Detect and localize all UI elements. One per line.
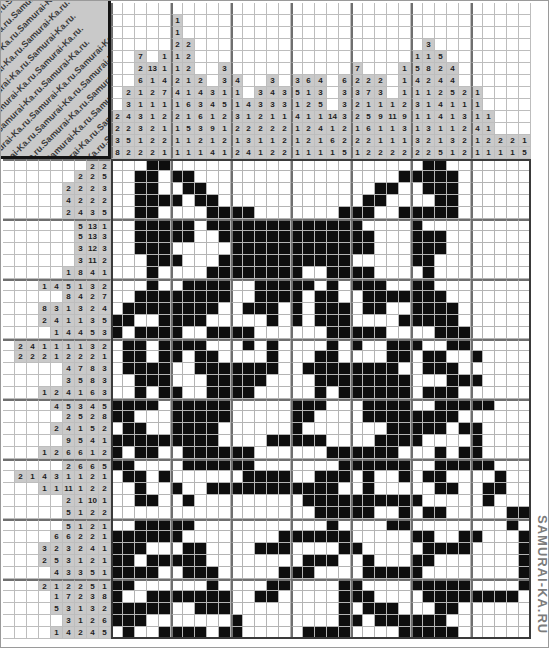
grid-cell[interactable] [327, 411, 339, 423]
grid-cell[interactable] [339, 555, 351, 567]
grid-cell[interactable] [147, 171, 159, 183]
grid-cell[interactable] [447, 507, 459, 519]
grid-cell[interactable] [291, 183, 303, 195]
grid-cell[interactable] [339, 423, 351, 435]
grid-cell[interactable] [459, 411, 471, 423]
grid-cell[interactable] [387, 459, 399, 471]
grid-cell[interactable] [411, 171, 423, 183]
grid-cell[interactable] [483, 183, 495, 195]
grid-cell[interactable] [339, 471, 351, 483]
grid-cell[interactable] [339, 579, 351, 591]
grid-cell[interactable] [519, 315, 531, 327]
grid-cell[interactable] [219, 411, 231, 423]
grid-cell[interactable] [495, 483, 507, 495]
grid-cell[interactable] [255, 495, 267, 507]
grid-cell[interactable] [339, 327, 351, 339]
grid-cell[interactable] [471, 303, 483, 315]
grid-cell[interactable] [399, 519, 411, 531]
grid-cell[interactable] [447, 567, 459, 579]
grid-cell[interactable] [267, 531, 279, 543]
grid-cell[interactable] [507, 483, 519, 495]
grid-cell[interactable] [123, 183, 135, 195]
grid-cell[interactable] [375, 231, 387, 243]
grid-cell[interactable] [423, 399, 435, 411]
grid-cell[interactable] [411, 555, 423, 567]
grid-cell[interactable] [303, 471, 315, 483]
grid-cell[interactable] [519, 519, 531, 531]
grid-cell[interactable] [483, 267, 495, 279]
grid-cell[interactable] [315, 459, 327, 471]
grid-cell[interactable] [231, 495, 243, 507]
grid-cell[interactable] [303, 447, 315, 459]
grid-cell[interactable] [363, 255, 375, 267]
grid-cell[interactable] [327, 603, 339, 615]
grid-cell[interactable] [171, 207, 183, 219]
grid-cell[interactable] [111, 423, 123, 435]
grid-cell[interactable] [375, 531, 387, 543]
grid-cell[interactable] [123, 399, 135, 411]
grid-cell[interactable] [399, 435, 411, 447]
grid-cell[interactable] [195, 423, 207, 435]
grid-cell[interactable] [363, 303, 375, 315]
grid-cell[interactable] [423, 315, 435, 327]
grid-cell[interactable] [147, 279, 159, 291]
grid-cell[interactable] [327, 351, 339, 363]
grid-cell[interactable] [507, 159, 519, 171]
grid-cell[interactable] [171, 399, 183, 411]
grid-cell[interactable] [399, 507, 411, 519]
grid-cell[interactable] [171, 519, 183, 531]
grid-cell[interactable] [135, 471, 147, 483]
grid-cell[interactable] [459, 183, 471, 195]
grid-cell[interactable] [255, 471, 267, 483]
grid-cell[interactable] [435, 519, 447, 531]
grid-cell[interactable] [315, 411, 327, 423]
grid-cell[interactable] [387, 519, 399, 531]
grid-cell[interactable] [375, 495, 387, 507]
grid-cell[interactable] [363, 555, 375, 567]
grid-cell[interactable] [459, 387, 471, 399]
grid-cell[interactable] [231, 159, 243, 171]
grid-cell[interactable] [159, 279, 171, 291]
grid-cell[interactable] [363, 507, 375, 519]
grid-cell[interactable] [267, 447, 279, 459]
grid-cell[interactable] [207, 207, 219, 219]
grid-cell[interactable] [519, 423, 531, 435]
grid-cell[interactable] [303, 459, 315, 471]
grid-cell[interactable] [279, 195, 291, 207]
grid-cell[interactable] [159, 183, 171, 195]
grid-cell[interactable] [303, 411, 315, 423]
grid-cell[interactable] [471, 495, 483, 507]
grid-cell[interactable] [255, 603, 267, 615]
grid-cell[interactable] [303, 207, 315, 219]
grid-cell[interactable] [183, 423, 195, 435]
grid-cell[interactable] [375, 471, 387, 483]
grid-cell[interactable] [483, 423, 495, 435]
grid-cell[interactable] [195, 447, 207, 459]
grid-cell[interactable] [519, 507, 531, 519]
grid-cell[interactable] [399, 363, 411, 375]
grid-cell[interactable] [135, 387, 147, 399]
grid-cell[interactable] [135, 627, 147, 639]
grid-cell[interactable] [339, 279, 351, 291]
grid-cell[interactable] [159, 195, 171, 207]
grid-cell[interactable] [147, 591, 159, 603]
grid-cell[interactable] [471, 219, 483, 231]
grid-cell[interactable] [327, 591, 339, 603]
grid-cell[interactable] [435, 207, 447, 219]
grid-cell[interactable] [459, 471, 471, 483]
grid-cell[interactable] [183, 435, 195, 447]
grid-cell[interactable] [363, 195, 375, 207]
grid-cell[interactable] [159, 579, 171, 591]
grid-cell[interactable] [123, 591, 135, 603]
grid-cell[interactable] [315, 555, 327, 567]
grid-cell[interactable] [483, 159, 495, 171]
grid-cell[interactable] [255, 219, 267, 231]
grid-cell[interactable] [231, 363, 243, 375]
grid-cell[interactable] [459, 231, 471, 243]
grid-cell[interactable] [231, 219, 243, 231]
grid-cell[interactable] [123, 423, 135, 435]
grid-cell[interactable] [411, 459, 423, 471]
grid-cell[interactable] [243, 327, 255, 339]
grid-cell[interactable] [255, 591, 267, 603]
grid-cell[interactable] [135, 291, 147, 303]
grid-cell[interactable] [399, 495, 411, 507]
grid-cell[interactable] [351, 519, 363, 531]
grid-cell[interactable] [279, 519, 291, 531]
grid-cell[interactable] [171, 315, 183, 327]
grid-cell[interactable] [123, 339, 135, 351]
grid-cell[interactable] [183, 615, 195, 627]
grid-cell[interactable] [207, 483, 219, 495]
grid-cell[interactable] [399, 471, 411, 483]
grid-cell[interactable] [423, 255, 435, 267]
grid-cell[interactable] [147, 543, 159, 555]
grid-cell[interactable] [303, 303, 315, 315]
grid-cell[interactable] [495, 411, 507, 423]
grid-cell[interactable] [387, 219, 399, 231]
grid-cell[interactable] [315, 327, 327, 339]
grid-cell[interactable] [327, 399, 339, 411]
grid-cell[interactable] [423, 375, 435, 387]
grid-cell[interactable] [459, 255, 471, 267]
grid-cell[interactable] [447, 315, 459, 327]
grid-cell[interactable] [231, 243, 243, 255]
grid-cell[interactable] [183, 567, 195, 579]
grid-cell[interactable] [519, 579, 531, 591]
grid-cell[interactable] [399, 171, 411, 183]
grid-cell[interactable] [279, 375, 291, 387]
grid-cell[interactable] [315, 195, 327, 207]
grid-cell[interactable] [339, 507, 351, 519]
grid-cell[interactable] [447, 243, 459, 255]
grid-cell[interactable] [195, 483, 207, 495]
grid-cell[interactable] [303, 483, 315, 495]
grid-cell[interactable] [315, 603, 327, 615]
grid-cell[interactable] [447, 399, 459, 411]
grid-cell[interactable] [255, 267, 267, 279]
grid-cell[interactable] [183, 315, 195, 327]
grid-cell[interactable] [411, 519, 423, 531]
grid-cell[interactable] [255, 291, 267, 303]
grid-cell[interactable] [459, 159, 471, 171]
grid-cell[interactable] [411, 531, 423, 543]
grid-cell[interactable] [255, 243, 267, 255]
grid-cell[interactable] [375, 627, 387, 639]
grid-cell[interactable] [183, 627, 195, 639]
grid-cell[interactable] [507, 399, 519, 411]
grid-cell[interactable] [411, 255, 423, 267]
grid-cell[interactable] [171, 387, 183, 399]
grid-cell[interactable] [399, 459, 411, 471]
grid-cell[interactable] [507, 315, 519, 327]
grid-cell[interactable] [183, 327, 195, 339]
grid-cell[interactable] [231, 351, 243, 363]
grid-cell[interactable] [423, 195, 435, 207]
grid-cell[interactable] [159, 399, 171, 411]
grid-cell[interactable] [195, 195, 207, 207]
grid-cell[interactable] [267, 459, 279, 471]
grid-cell[interactable] [483, 315, 495, 327]
grid-cell[interactable] [363, 531, 375, 543]
grid-cell[interactable] [471, 591, 483, 603]
grid-cell[interactable] [243, 471, 255, 483]
grid-cell[interactable] [255, 303, 267, 315]
grid-cell[interactable] [351, 399, 363, 411]
grid-cell[interactable] [159, 471, 171, 483]
grid-cell[interactable] [423, 363, 435, 375]
grid-cell[interactable] [315, 615, 327, 627]
grid-cell[interactable] [243, 375, 255, 387]
grid-cell[interactable] [135, 183, 147, 195]
grid-cell[interactable] [363, 339, 375, 351]
grid-cell[interactable] [123, 447, 135, 459]
grid-cell[interactable] [447, 603, 459, 615]
grid-cell[interactable] [231, 387, 243, 399]
grid-cell[interactable] [183, 231, 195, 243]
grid-cell[interactable] [279, 183, 291, 195]
grid-cell[interactable] [147, 159, 159, 171]
grid-cell[interactable] [183, 363, 195, 375]
grid-cell[interactable] [459, 171, 471, 183]
grid-cell[interactable] [339, 567, 351, 579]
grid-cell[interactable] [207, 579, 219, 591]
grid-cell[interactable] [363, 387, 375, 399]
grid-cell[interactable] [255, 327, 267, 339]
grid-cell[interactable] [387, 483, 399, 495]
grid-cell[interactable] [303, 399, 315, 411]
grid-cell[interactable] [219, 543, 231, 555]
grid-cell[interactable] [411, 339, 423, 351]
grid-cell[interactable] [183, 303, 195, 315]
grid-cell[interactable] [471, 279, 483, 291]
grid-cell[interactable] [267, 483, 279, 495]
grid-cell[interactable] [159, 519, 171, 531]
grid-cell[interactable] [399, 483, 411, 495]
grid-cell[interactable] [147, 495, 159, 507]
grid-cell[interactable] [135, 567, 147, 579]
grid-cell[interactable] [339, 591, 351, 603]
grid-cell[interactable] [231, 591, 243, 603]
grid-cell[interactable] [171, 483, 183, 495]
grid-cell[interactable] [219, 483, 231, 495]
grid-cell[interactable] [447, 291, 459, 303]
grid-cell[interactable] [315, 507, 327, 519]
grid-cell[interactable] [207, 423, 219, 435]
grid-cell[interactable] [255, 555, 267, 567]
grid-cell[interactable] [207, 507, 219, 519]
grid-cell[interactable] [351, 231, 363, 243]
grid-cell[interactable] [351, 483, 363, 495]
grid-cell[interactable] [279, 591, 291, 603]
grid-cell[interactable] [375, 279, 387, 291]
grid-cell[interactable] [231, 615, 243, 627]
grid-cell[interactable] [351, 627, 363, 639]
grid-cell[interactable] [279, 567, 291, 579]
grid-cell[interactable] [471, 207, 483, 219]
grid-cell[interactable] [303, 567, 315, 579]
grid-cell[interactable] [183, 159, 195, 171]
grid-cell[interactable] [195, 411, 207, 423]
grid-cell[interactable] [495, 363, 507, 375]
grid-cell[interactable] [483, 231, 495, 243]
grid-cell[interactable] [171, 279, 183, 291]
grid-cell[interactable] [123, 231, 135, 243]
grid-cell[interactable] [363, 183, 375, 195]
grid-cell[interactable] [399, 219, 411, 231]
grid-cell[interactable] [303, 627, 315, 639]
grid-cell[interactable] [411, 243, 423, 255]
grid-cell[interactable] [495, 615, 507, 627]
grid-cell[interactable] [207, 159, 219, 171]
grid-cell[interactable] [399, 267, 411, 279]
grid-cell[interactable] [507, 267, 519, 279]
grid-cell[interactable] [483, 255, 495, 267]
grid-cell[interactable] [207, 435, 219, 447]
grid-cell[interactable] [495, 507, 507, 519]
grid-cell[interactable] [495, 219, 507, 231]
grid-cell[interactable] [411, 411, 423, 423]
grid-cell[interactable] [495, 375, 507, 387]
grid-cell[interactable] [219, 579, 231, 591]
grid-cell[interactable] [147, 579, 159, 591]
grid-cell[interactable] [519, 183, 531, 195]
grid-cell[interactable] [315, 159, 327, 171]
grid-cell[interactable] [159, 267, 171, 279]
grid-cell[interactable] [147, 291, 159, 303]
grid-cell[interactable] [519, 615, 531, 627]
grid-cell[interactable] [195, 435, 207, 447]
grid-cell[interactable] [435, 543, 447, 555]
grid-cell[interactable] [435, 399, 447, 411]
grid-cell[interactable] [219, 303, 231, 315]
grid-cell[interactable] [195, 255, 207, 267]
grid-cell[interactable] [303, 351, 315, 363]
grid-cell[interactable] [171, 243, 183, 255]
grid-cell[interactable] [495, 399, 507, 411]
grid-cell[interactable] [411, 183, 423, 195]
grid-cell[interactable] [519, 291, 531, 303]
grid-cell[interactable] [315, 363, 327, 375]
grid-cell[interactable] [447, 255, 459, 267]
grid-cell[interactable] [327, 375, 339, 387]
grid-cell[interactable] [387, 363, 399, 375]
grid-cell[interactable] [219, 171, 231, 183]
grid-cell[interactable] [519, 327, 531, 339]
grid-cell[interactable] [135, 375, 147, 387]
grid-cell[interactable] [507, 171, 519, 183]
grid-cell[interactable] [207, 399, 219, 411]
grid-cell[interactable] [459, 207, 471, 219]
grid-cell[interactable] [159, 435, 171, 447]
grid-cell[interactable] [159, 447, 171, 459]
grid-cell[interactable] [123, 291, 135, 303]
grid-cell[interactable] [327, 459, 339, 471]
grid-cell[interactable] [219, 207, 231, 219]
grid-cell[interactable] [303, 267, 315, 279]
grid-cell[interactable] [219, 435, 231, 447]
grid-cell[interactable] [207, 543, 219, 555]
grid-cell[interactable] [375, 375, 387, 387]
grid-cell[interactable] [303, 555, 315, 567]
grid-cell[interactable] [183, 339, 195, 351]
grid-cell[interactable] [195, 159, 207, 171]
grid-cell[interactable] [183, 171, 195, 183]
grid-cell[interactable] [243, 351, 255, 363]
grid-cell[interactable] [351, 411, 363, 423]
grid-cell[interactable] [423, 615, 435, 627]
grid-cell[interactable] [375, 543, 387, 555]
grid-cell[interactable] [291, 555, 303, 567]
grid-cell[interactable] [411, 447, 423, 459]
grid-cell[interactable] [327, 579, 339, 591]
grid-cell[interactable] [471, 315, 483, 327]
grid-cell[interactable] [399, 303, 411, 315]
grid-cell[interactable] [231, 291, 243, 303]
grid-cell[interactable] [243, 387, 255, 399]
grid-cell[interactable] [267, 543, 279, 555]
grid-cell[interactable] [363, 435, 375, 447]
grid-cell[interactable] [459, 351, 471, 363]
grid-cell[interactable] [219, 243, 231, 255]
grid-cell[interactable] [471, 519, 483, 531]
grid-cell[interactable] [351, 279, 363, 291]
grid-cell[interactable] [291, 315, 303, 327]
grid-cell[interactable] [303, 543, 315, 555]
grid-cell[interactable] [135, 351, 147, 363]
grid-cell[interactable] [159, 483, 171, 495]
grid-cell[interactable] [135, 303, 147, 315]
grid-cell[interactable] [459, 315, 471, 327]
grid-cell[interactable] [195, 207, 207, 219]
grid-cell[interactable] [495, 591, 507, 603]
grid-cell[interactable] [231, 471, 243, 483]
grid-cell[interactable] [471, 567, 483, 579]
grid-cell[interactable] [471, 351, 483, 363]
grid-cell[interactable] [171, 411, 183, 423]
grid-cell[interactable] [339, 255, 351, 267]
grid-cell[interactable] [291, 471, 303, 483]
grid-cell[interactable] [303, 195, 315, 207]
grid-cell[interactable] [423, 171, 435, 183]
grid-cell[interactable] [231, 543, 243, 555]
grid-cell[interactable] [207, 519, 219, 531]
grid-cell[interactable] [483, 471, 495, 483]
grid-cell[interactable] [327, 339, 339, 351]
